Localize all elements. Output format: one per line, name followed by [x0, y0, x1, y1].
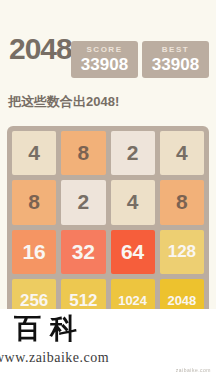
tile-16-r3c1: 16: [12, 230, 56, 274]
watermark-logo: 百科: [14, 312, 86, 346]
score-value: 33908: [81, 56, 128, 73]
tile-8-r2c1: 8: [12, 180, 56, 224]
board-grid[interactable]: 4824824816326412825651210242048: [7, 126, 209, 328]
tile-128-r3c4: 128: [160, 230, 204, 274]
tile-8-r2c4: 8: [160, 180, 204, 224]
tile-4-r1c1: 4: [12, 131, 56, 175]
best-box: BEST 33908: [142, 41, 209, 78]
tile-32-r3c2: 32: [61, 230, 105, 274]
tile-64-r3c3: 64: [111, 230, 155, 274]
best-value: 33908: [152, 56, 199, 73]
tile-8-r1c2: 8: [61, 131, 105, 175]
app-screen: 2048 SCORE 33908 BEST 33908 把这些数合出2048! …: [0, 0, 216, 383]
game-title: 2048: [9, 34, 72, 64]
tile-2-r1c3: 2: [111, 131, 155, 175]
best-label: BEST: [162, 46, 189, 54]
goal-text: 把这些数合出2048!: [8, 93, 119, 111]
score-label: SCORE: [87, 46, 123, 54]
tile-2-r2c2: 2: [61, 180, 105, 224]
score-box: SCORE 33908: [71, 41, 138, 78]
tile-4-r2c3: 4: [111, 180, 155, 224]
watermark-url: www.zaibaike.com: [0, 350, 109, 366]
watermark-panel: 百科 www.zaibaike.com zaibaike.com: [0, 309, 216, 383]
watermark-fine-print: zaibaike.com: [176, 367, 211, 373]
tile-4-r1c4: 4: [160, 131, 204, 175]
